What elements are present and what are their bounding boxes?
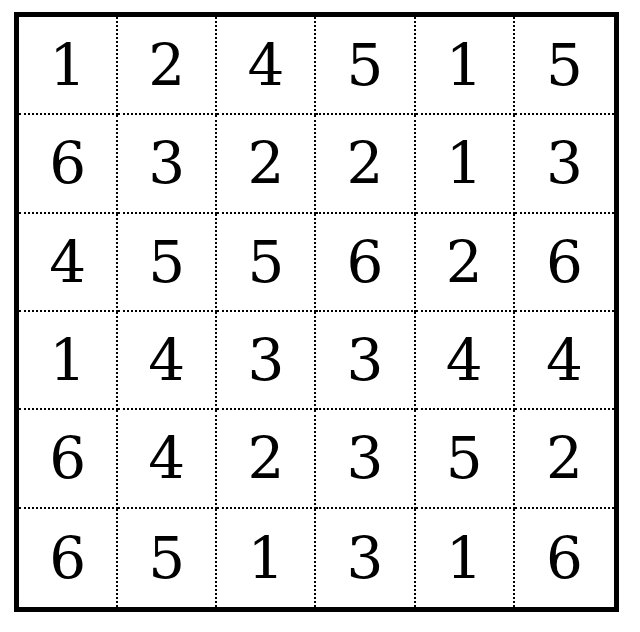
cell-r2c6[interactable]: 3 xyxy=(515,115,614,213)
cell-r5c3[interactable]: 2 xyxy=(217,410,316,508)
cell-r4c5[interactable]: 4 xyxy=(416,312,515,410)
cell-r5c5[interactable]: 5 xyxy=(416,410,515,508)
puzzle-board: 124515632213455626143344642352651316 xyxy=(14,12,619,612)
cell-r6c4[interactable]: 3 xyxy=(316,509,415,607)
cell-r2c4[interactable]: 2 xyxy=(316,115,415,213)
cell-r3c1[interactable]: 4 xyxy=(19,214,118,312)
cell-r3c5[interactable]: 2 xyxy=(416,214,515,312)
cell-r4c1[interactable]: 1 xyxy=(19,312,118,410)
cell-r3c2[interactable]: 5 xyxy=(118,214,217,312)
cell-r4c6[interactable]: 4 xyxy=(515,312,614,410)
cell-r6c3[interactable]: 1 xyxy=(217,509,316,607)
cell-r1c5[interactable]: 1 xyxy=(416,17,515,115)
cell-r5c1[interactable]: 6 xyxy=(19,410,118,508)
cell-r4c3[interactable]: 3 xyxy=(217,312,316,410)
cell-r6c5[interactable]: 1 xyxy=(416,509,515,607)
cell-r1c6[interactable]: 5 xyxy=(515,17,614,115)
cell-r6c1[interactable]: 6 xyxy=(19,509,118,607)
cell-r4c2[interactable]: 4 xyxy=(118,312,217,410)
cell-r2c2[interactable]: 3 xyxy=(118,115,217,213)
cell-r6c6[interactable]: 6 xyxy=(515,509,614,607)
cell-r2c5[interactable]: 1 xyxy=(416,115,515,213)
cell-r2c3[interactable]: 2 xyxy=(217,115,316,213)
cell-r3c6[interactable]: 6 xyxy=(515,214,614,312)
cell-r1c1[interactable]: 1 xyxy=(19,17,118,115)
cell-r4c4[interactable]: 3 xyxy=(316,312,415,410)
cell-r5c4[interactable]: 3 xyxy=(316,410,415,508)
cell-r1c4[interactable]: 5 xyxy=(316,17,415,115)
cell-r3c4[interactable]: 6 xyxy=(316,214,415,312)
cell-r5c2[interactable]: 4 xyxy=(118,410,217,508)
cell-r2c1[interactable]: 6 xyxy=(19,115,118,213)
cell-r6c2[interactable]: 5 xyxy=(118,509,217,607)
cell-r3c3[interactable]: 5 xyxy=(217,214,316,312)
cell-r5c6[interactable]: 2 xyxy=(515,410,614,508)
cell-r1c2[interactable]: 2 xyxy=(118,17,217,115)
cell-r1c3[interactable]: 4 xyxy=(217,17,316,115)
